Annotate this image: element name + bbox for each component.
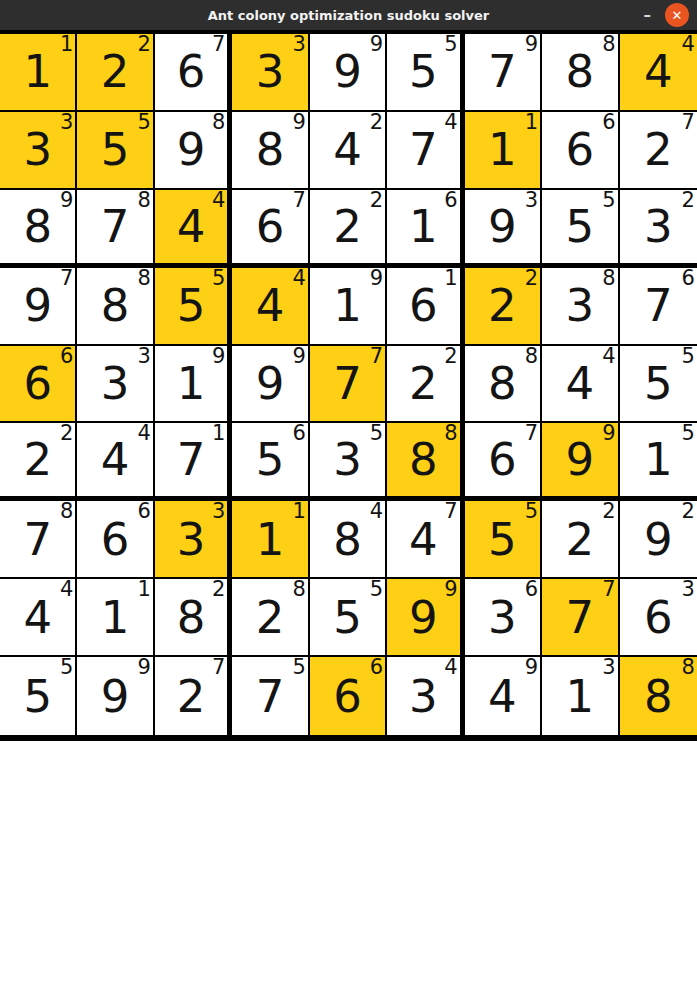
cell-hint: 8 <box>602 267 615 289</box>
cell-value: 6 <box>101 517 130 562</box>
cell-hint: 4 <box>60 578 73 600</box>
cell-r2c8: 66 <box>542 112 619 190</box>
cell-hint: 2 <box>682 500 695 522</box>
cell-r5c2: 33 <box>77 346 154 424</box>
cell-value: 7 <box>333 361 362 406</box>
cell-hint: 2 <box>60 422 73 444</box>
sudoku-board: 1122673399557988443355988942741166278978… <box>0 30 697 741</box>
cell-r6c1: 22 <box>0 423 77 501</box>
cell-r7c3: 33 <box>155 501 232 579</box>
cell-hint: 7 <box>370 345 383 367</box>
cell-value: 1 <box>101 595 130 640</box>
cell-r2c2: 55 <box>77 112 154 190</box>
cell-r6c2: 44 <box>77 423 154 501</box>
cell-r4c6: 61 <box>387 268 464 346</box>
cell-hint: 7 <box>602 578 615 600</box>
cell-r8c5: 55 <box>310 579 387 657</box>
cell-value: 8 <box>23 204 52 249</box>
cell-hint: 5 <box>292 656 305 678</box>
cell-value: 1 <box>644 437 673 482</box>
cell-value: 8 <box>566 49 595 94</box>
cell-hint: 1 <box>525 111 538 133</box>
cell-value: 7 <box>409 127 438 172</box>
cell-value: 6 <box>256 204 285 249</box>
cell-r7c6: 47 <box>387 501 464 579</box>
cell-r1c9: 44 <box>620 34 697 112</box>
cell-value: 2 <box>23 437 52 482</box>
cell-r6c3: 71 <box>155 423 232 501</box>
cell-r3c3: 44 <box>155 190 232 268</box>
cell-r6c9: 15 <box>620 423 697 501</box>
cell-value: 2 <box>101 49 130 94</box>
cell-hint: 2 <box>138 33 151 55</box>
cell-r9c2: 99 <box>77 657 154 735</box>
cell-value: 5 <box>256 437 285 482</box>
cell-hint: 9 <box>525 656 538 678</box>
cell-value: 8 <box>644 674 673 719</box>
cell-hint: 3 <box>292 33 305 55</box>
cell-value: 2 <box>488 283 517 328</box>
cell-hint: 3 <box>212 500 225 522</box>
cell-value: 7 <box>177 437 206 482</box>
cell-r2c9: 27 <box>620 112 697 190</box>
cell-r4c2: 88 <box>77 268 154 346</box>
cell-value: 8 <box>101 283 130 328</box>
cell-r9c5: 66 <box>310 657 387 735</box>
cell-r7c9: 92 <box>620 501 697 579</box>
cell-hint: 2 <box>444 345 457 367</box>
cell-hint: 1 <box>60 33 73 55</box>
cell-hint: 3 <box>60 111 73 133</box>
cell-hint: 4 <box>444 111 457 133</box>
cell-value: 1 <box>23 49 52 94</box>
cell-hint: 5 <box>444 33 457 55</box>
cell-r9c6: 34 <box>387 657 464 735</box>
cell-r4c8: 38 <box>542 268 619 346</box>
cell-hint: 6 <box>370 656 383 678</box>
cell-hint: 5 <box>370 578 383 600</box>
cell-r9c7: 49 <box>465 657 542 735</box>
cell-value: 5 <box>101 127 130 172</box>
cell-value: 4 <box>644 49 673 94</box>
cell-value: 3 <box>644 204 673 249</box>
cell-value: 7 <box>23 517 52 562</box>
cell-value: 1 <box>177 361 206 406</box>
cell-r9c1: 55 <box>0 657 77 735</box>
minimize-button[interactable]: – <box>644 8 652 23</box>
cell-hint: 3 <box>525 189 538 211</box>
cell-value: 1 <box>333 283 362 328</box>
cell-r7c2: 66 <box>77 501 154 579</box>
cell-value: 6 <box>23 361 52 406</box>
titlebar: Ant colony optimization sudoku solver – … <box>0 0 697 30</box>
cell-value: 3 <box>256 49 285 94</box>
cell-r1c2: 22 <box>77 34 154 112</box>
cell-value: 9 <box>177 127 206 172</box>
cell-hint: 7 <box>444 500 457 522</box>
cell-hint: 6 <box>444 189 457 211</box>
cell-hint: 2 <box>370 189 383 211</box>
cell-hint: 3 <box>682 578 695 600</box>
cell-hint: 4 <box>444 656 457 678</box>
cell-hint: 5 <box>60 656 73 678</box>
cell-r4c3: 55 <box>155 268 232 346</box>
cell-r8c7: 36 <box>465 579 542 657</box>
cell-r8c2: 11 <box>77 579 154 657</box>
cell-value: 2 <box>256 595 285 640</box>
cell-hint: 6 <box>682 267 695 289</box>
cell-hint: 2 <box>370 111 383 133</box>
cell-hint: 9 <box>212 345 225 367</box>
cell-hint: 8 <box>292 578 305 600</box>
cell-hint: 5 <box>138 111 151 133</box>
cell-r2c5: 42 <box>310 112 387 190</box>
cell-hint: 8 <box>682 656 695 678</box>
cell-hint: 8 <box>602 33 615 55</box>
cell-hint: 6 <box>525 578 538 600</box>
cell-r3c2: 78 <box>77 190 154 268</box>
cell-r9c3: 27 <box>155 657 232 735</box>
cell-hint: 1 <box>292 500 305 522</box>
cell-hint: 4 <box>682 33 695 55</box>
cell-hint: 3 <box>138 345 151 367</box>
cell-hint: 4 <box>212 189 225 211</box>
cell-hint: 6 <box>292 422 305 444</box>
cell-value: 2 <box>333 204 362 249</box>
cell-r1c8: 88 <box>542 34 619 112</box>
cell-hint: 4 <box>138 422 151 444</box>
cell-value: 9 <box>409 595 438 640</box>
cell-value: 6 <box>644 595 673 640</box>
cell-hint: 1 <box>138 578 151 600</box>
cell-value: 4 <box>101 437 130 482</box>
cell-hint: 5 <box>602 189 615 211</box>
cell-value: 4 <box>23 595 52 640</box>
cell-hint: 9 <box>602 422 615 444</box>
cell-value: 8 <box>409 437 438 482</box>
cell-r8c6: 99 <box>387 579 464 657</box>
cell-hint: 9 <box>525 33 538 55</box>
cell-r5c1: 66 <box>0 346 77 424</box>
cell-hint: 9 <box>60 189 73 211</box>
cell-value: 9 <box>23 283 52 328</box>
cell-r3c7: 93 <box>465 190 542 268</box>
cell-r5c9: 55 <box>620 346 697 424</box>
cell-r4c7: 22 <box>465 268 542 346</box>
cell-hint: 6 <box>60 345 73 367</box>
cell-r2c4: 89 <box>232 112 309 190</box>
cell-value: 9 <box>566 437 595 482</box>
cell-value: 6 <box>333 674 362 719</box>
cell-hint: 3 <box>602 656 615 678</box>
cell-hint: 9 <box>370 267 383 289</box>
cell-r3c8: 55 <box>542 190 619 268</box>
cell-r1c6: 55 <box>387 34 464 112</box>
cell-value: 4 <box>488 674 517 719</box>
cell-r7c1: 78 <box>0 501 77 579</box>
cell-value: 3 <box>566 283 595 328</box>
cell-hint: 9 <box>370 33 383 55</box>
cell-r6c6: 88 <box>387 423 464 501</box>
cell-r5c5: 77 <box>310 346 387 424</box>
cell-value: 3 <box>101 361 130 406</box>
cell-hint: 9 <box>138 656 151 678</box>
cell-value: 3 <box>409 674 438 719</box>
cell-value: 9 <box>256 361 285 406</box>
cell-value: 8 <box>488 361 517 406</box>
cell-value: 8 <box>256 127 285 172</box>
cell-hint: 6 <box>138 500 151 522</box>
cell-value: 6 <box>566 127 595 172</box>
cell-value: 5 <box>409 49 438 94</box>
cell-r5c4: 99 <box>232 346 309 424</box>
cell-value: 4 <box>177 204 206 249</box>
cell-r1c7: 79 <box>465 34 542 112</box>
cell-hint: 5 <box>525 500 538 522</box>
cell-r3c6: 16 <box>387 190 464 268</box>
cell-r8c3: 82 <box>155 579 232 657</box>
cell-hint: 4 <box>292 267 305 289</box>
cell-r9c9: 88 <box>620 657 697 735</box>
cell-hint: 2 <box>212 578 225 600</box>
cell-hint: 2 <box>682 189 695 211</box>
cell-r1c1: 11 <box>0 34 77 112</box>
cell-hint: 1 <box>444 267 457 289</box>
cell-r2c3: 98 <box>155 112 232 190</box>
cell-hint: 8 <box>138 189 151 211</box>
cell-r6c5: 35 <box>310 423 387 501</box>
cell-value: 2 <box>409 361 438 406</box>
cell-value: 5 <box>177 283 206 328</box>
cell-value: 5 <box>644 361 673 406</box>
cell-hint: 4 <box>602 345 615 367</box>
cell-value: 3 <box>23 127 52 172</box>
cell-hint: 2 <box>525 267 538 289</box>
cell-value: 1 <box>566 674 595 719</box>
cell-hint: 7 <box>292 189 305 211</box>
cell-hint: 7 <box>60 267 73 289</box>
cell-r6c8: 99 <box>542 423 619 501</box>
cell-r2c7: 11 <box>465 112 542 190</box>
cell-hint: 9 <box>292 345 305 367</box>
cell-value: 8 <box>177 595 206 640</box>
cell-hint: 7 <box>212 33 225 55</box>
cell-value: 1 <box>488 127 517 172</box>
cell-r9c4: 75 <box>232 657 309 735</box>
cell-r3c5: 22 <box>310 190 387 268</box>
cell-value: 5 <box>566 204 595 249</box>
cell-value: 7 <box>488 49 517 94</box>
cell-value: 4 <box>566 361 595 406</box>
cell-value: 9 <box>101 674 130 719</box>
cell-value: 9 <box>333 49 362 94</box>
cell-r3c1: 89 <box>0 190 77 268</box>
cell-value: 9 <box>644 517 673 562</box>
cell-value: 3 <box>177 517 206 562</box>
cell-r8c9: 63 <box>620 579 697 657</box>
cell-value: 7 <box>256 674 285 719</box>
cell-value: 4 <box>409 517 438 562</box>
cell-value: 5 <box>488 517 517 562</box>
cell-r5c3: 19 <box>155 346 232 424</box>
cell-value: 4 <box>256 283 285 328</box>
cell-value: 7 <box>644 283 673 328</box>
cell-hint: 8 <box>212 111 225 133</box>
cell-r4c4: 44 <box>232 268 309 346</box>
cell-r7c7: 55 <box>465 501 542 579</box>
cell-value: 2 <box>566 517 595 562</box>
cell-hint: 7 <box>682 111 695 133</box>
cell-r1c3: 67 <box>155 34 232 112</box>
cell-hint: 8 <box>60 500 73 522</box>
cell-value: 7 <box>101 204 130 249</box>
cell-r4c5: 19 <box>310 268 387 346</box>
cell-value: 9 <box>488 204 517 249</box>
cell-value: 6 <box>177 49 206 94</box>
cell-value: 5 <box>23 674 52 719</box>
cell-r2c6: 74 <box>387 112 464 190</box>
cell-value: 6 <box>488 437 517 482</box>
cell-hint: 7 <box>212 656 225 678</box>
cell-hint: 5 <box>370 422 383 444</box>
cell-value: 6 <box>409 283 438 328</box>
window-controls: – ✕ <box>644 0 690 30</box>
window-title: Ant colony optimization sudoku solver <box>208 8 489 23</box>
cell-r8c8: 77 <box>542 579 619 657</box>
cell-hint: 6 <box>602 111 615 133</box>
cell-r1c5: 99 <box>310 34 387 112</box>
cell-value: 5 <box>333 595 362 640</box>
status-area: Time: 00:03:70 Fixed cells: 81 Cycle: 17… <box>0 741 697 985</box>
cell-hint: 9 <box>292 111 305 133</box>
close-button[interactable]: ✕ <box>665 3 689 27</box>
cell-r9c8: 13 <box>542 657 619 735</box>
cell-r4c9: 76 <box>620 268 697 346</box>
cell-hint: 8 <box>138 267 151 289</box>
cell-value: 2 <box>177 674 206 719</box>
cell-value: 3 <box>488 595 517 640</box>
cell-value: 8 <box>333 517 362 562</box>
cell-value: 2 <box>644 127 673 172</box>
cell-hint: 5 <box>212 267 225 289</box>
cell-value: 3 <box>333 437 362 482</box>
cell-r3c4: 67 <box>232 190 309 268</box>
cell-r3c9: 32 <box>620 190 697 268</box>
cell-r7c8: 22 <box>542 501 619 579</box>
cell-r8c1: 44 <box>0 579 77 657</box>
cell-r1c4: 33 <box>232 34 309 112</box>
cell-value: 1 <box>409 204 438 249</box>
cell-hint: 2 <box>602 500 615 522</box>
cell-r4c1: 97 <box>0 268 77 346</box>
cell-r7c4: 11 <box>232 501 309 579</box>
cell-hint: 5 <box>682 422 695 444</box>
cell-hint: 7 <box>525 422 538 444</box>
cell-hint: 5 <box>682 345 695 367</box>
cell-r5c6: 22 <box>387 346 464 424</box>
cell-r5c8: 44 <box>542 346 619 424</box>
cell-r5c7: 88 <box>465 346 542 424</box>
cell-r7c5: 84 <box>310 501 387 579</box>
cell-hint: 4 <box>370 500 383 522</box>
cell-hint: 1 <box>212 422 225 444</box>
cell-r8c4: 28 <box>232 579 309 657</box>
cell-value: 4 <box>333 127 362 172</box>
cell-hint: 8 <box>444 422 457 444</box>
cell-value: 7 <box>566 595 595 640</box>
cell-hint: 9 <box>444 578 457 600</box>
cell-r6c4: 56 <box>232 423 309 501</box>
cell-r6c7: 67 <box>465 423 542 501</box>
cell-value: 1 <box>256 517 285 562</box>
cell-hint: 8 <box>525 345 538 367</box>
cell-r2c1: 33 <box>0 112 77 190</box>
